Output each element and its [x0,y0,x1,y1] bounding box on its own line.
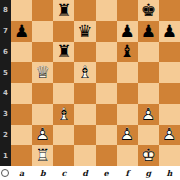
square-h8[interactable] [159,0,180,21]
square-d8[interactable] [74,0,95,21]
black-bishop[interactable]: ♝ [120,43,135,60]
square-d2[interactable] [74,125,95,146]
square-h6[interactable] [159,42,180,63]
black-pawn[interactable]: ♟ [14,23,29,40]
square-f5[interactable] [117,62,138,83]
square-g4[interactable] [138,83,159,104]
square-f2[interactable]: ♟ [117,125,138,146]
square-d6[interactable] [74,42,95,63]
square-a5[interactable] [11,62,32,83]
square-h5[interactable] [159,62,180,83]
file-label-b: b [32,166,53,180]
square-a8[interactable] [11,0,32,21]
square-e4[interactable] [96,83,117,104]
rank-label-6: 6 [0,42,11,63]
square-b3[interactable] [32,104,53,125]
square-c7[interactable] [53,21,74,42]
square-e7[interactable] [96,21,117,42]
white-pawn[interactable]: ♟ [35,126,50,143]
square-d5[interactable]: ♝ [74,62,95,83]
black-queen[interactable]: ♛ [77,23,92,40]
square-b4[interactable] [32,83,53,104]
file-label-g: g [138,166,159,180]
black-rook[interactable]: ♜ [56,2,71,19]
square-g5[interactable] [138,62,159,83]
square-a7[interactable]: ♟ [11,21,32,42]
square-g7[interactable]: ♟ [138,21,159,42]
square-c3[interactable]: ♝ [53,104,74,125]
square-h4[interactable] [159,83,180,104]
square-h3[interactable] [159,104,180,125]
rank-label-8: 8 [0,0,11,21]
square-f4[interactable] [117,83,138,104]
square-d3[interactable] [74,104,95,125]
square-c5[interactable] [53,62,74,83]
square-c6[interactable]: ♜ [53,42,74,63]
square-g1[interactable]: ♚ [138,145,159,166]
side-to-move-indicator [0,166,11,180]
square-f7[interactable]: ♟ [117,21,138,42]
file-label-c: c [53,166,74,180]
file-label-d: d [74,166,95,180]
black-pawn[interactable]: ♟ [120,23,135,40]
square-g3[interactable]: ♟ [138,104,159,125]
square-e3[interactable] [96,104,117,125]
square-c8[interactable]: ♜ [53,0,74,21]
square-f1[interactable] [117,145,138,166]
white-rook[interactable]: ♜ [35,147,50,164]
file-label-a: a [11,166,32,180]
square-e5[interactable] [96,62,117,83]
rank-label-2: 2 [0,125,11,146]
square-b6[interactable] [32,42,53,63]
square-a4[interactable] [11,83,32,104]
file-label-h: h [159,166,180,180]
white-to-move-circle [1,169,9,177]
rank-label-1: 1 [0,145,11,166]
square-b2[interactable]: ♟ [32,125,53,146]
black-rook[interactable]: ♜ [56,43,71,60]
square-e6[interactable] [96,42,117,63]
square-b5[interactable]: ♛ [32,62,53,83]
file-label-f: f [117,166,138,180]
square-a3[interactable] [11,104,32,125]
white-bishop[interactable]: ♝ [77,64,92,81]
square-e1[interactable] [96,145,117,166]
square-c4[interactable] [53,83,74,104]
square-g6[interactable] [138,42,159,63]
white-pawn[interactable]: ♟ [141,106,156,123]
black-pawn[interactable]: ♟ [141,23,156,40]
square-a6[interactable] [11,42,32,63]
square-f8[interactable] [117,0,138,21]
white-queen[interactable]: ♛ [35,64,50,81]
square-b8[interactable] [32,0,53,21]
black-king[interactable]: ♚ [141,2,156,19]
rank-label-7: 7 [0,21,11,42]
square-h7[interactable]: ♟ [159,21,180,42]
square-a1[interactable] [11,145,32,166]
square-f3[interactable] [117,104,138,125]
file-label-e: e [96,166,117,180]
black-pawn[interactable]: ♟ [162,23,177,40]
square-c2[interactable] [53,125,74,146]
white-pawn[interactable]: ♟ [120,126,135,143]
chess-board: 8♜♚7♟♛♟♟♟6♜♝5♛♝43♝♟2♟♟♟1♜♚abcdefgh [0,0,180,180]
square-h2[interactable]: ♟ [159,125,180,146]
square-d1[interactable] [74,145,95,166]
rank-label-5: 5 [0,62,11,83]
square-c1[interactable] [53,145,74,166]
square-d7[interactable]: ♛ [74,21,95,42]
square-d4[interactable] [74,83,95,104]
white-king[interactable]: ♚ [141,147,156,164]
white-pawn[interactable]: ♟ [162,126,177,143]
square-f6[interactable]: ♝ [117,42,138,63]
square-b7[interactable] [32,21,53,42]
square-g2[interactable] [138,125,159,146]
square-a2[interactable] [11,125,32,146]
rank-label-3: 3 [0,104,11,125]
square-g8[interactable]: ♚ [138,0,159,21]
square-b1[interactable]: ♜ [32,145,53,166]
square-h1[interactable] [159,145,180,166]
white-bishop[interactable]: ♝ [56,106,71,123]
square-e8[interactable] [96,0,117,21]
square-e2[interactable] [96,125,117,146]
rank-label-4: 4 [0,83,11,104]
